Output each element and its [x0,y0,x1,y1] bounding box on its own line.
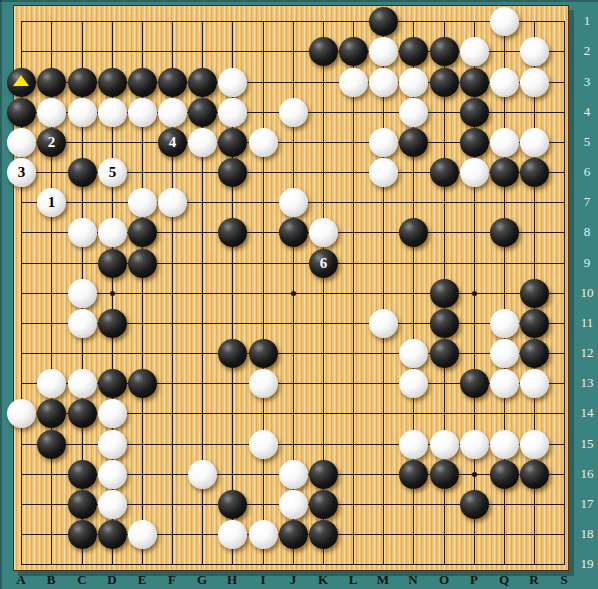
black-stone[interactable] [309,460,338,489]
white-stone[interactable] [369,128,398,157]
black-stone[interactable] [68,520,97,549]
black-stone[interactable] [369,7,398,36]
black-stone[interactable] [218,128,247,157]
black-stone[interactable] [339,37,368,66]
white-stone[interactable] [490,369,519,398]
triangle-marker-icon [13,75,29,86]
white-stone[interactable] [128,98,157,127]
coordinate-label-right: 11 [572,315,598,331]
window-left-edge [0,0,2,589]
white-stone[interactable] [188,128,217,157]
black-stone[interactable] [37,68,66,97]
white-stone[interactable] [37,188,66,217]
white-stone[interactable] [490,309,519,338]
white-stone[interactable] [98,430,127,459]
black-stone[interactable] [430,279,459,308]
white-stone[interactable] [399,339,428,368]
black-stone[interactable] [430,309,459,338]
star-point [472,291,477,296]
black-stone[interactable] [309,490,338,519]
white-stone[interactable] [158,98,187,127]
black-stone[interactable] [430,37,459,66]
white-stone[interactable] [68,218,97,247]
coordinate-label-bottom: K [311,572,335,588]
coordinate-label-right: 1 [572,13,598,29]
coordinate-label-bottom: I [251,572,275,588]
white-stone[interactable] [98,460,127,489]
black-stone[interactable] [188,98,217,127]
white-stone[interactable] [399,369,428,398]
coordinate-label-right: 3 [572,74,598,90]
white-stone[interactable] [249,369,278,398]
white-stone[interactable] [128,188,157,217]
coordinate-label-right: 5 [572,134,598,150]
white-stone[interactable] [218,68,247,97]
black-stone[interactable] [430,158,459,187]
coordinate-label-bottom: E [130,572,154,588]
black-stone[interactable] [128,218,157,247]
grid-line-horizontal [21,564,565,565]
go-app-screen: 123456 ABCDEFGHIJKLMNOPQRS12345678910111… [0,0,598,589]
coordinate-label-right: 13 [572,375,598,391]
coordinate-label-bottom: L [341,572,365,588]
coordinate-label-right: 7 [572,194,598,210]
white-stone[interactable] [490,68,519,97]
black-stone[interactable] [218,490,247,519]
white-stone[interactable] [7,399,36,428]
coordinate-label-right: 16 [572,466,598,482]
white-stone[interactable] [490,430,519,459]
black-stone[interactable] [128,68,157,97]
window-top-edge [0,0,598,2]
black-stone[interactable] [460,369,489,398]
coordinate-label-right: 15 [572,436,598,452]
grid-line-vertical [353,21,354,565]
coordinate-label-right: 4 [572,104,598,120]
white-stone[interactable] [520,128,549,157]
black-stone[interactable] [460,68,489,97]
black-stone[interactable] [68,158,97,187]
white-stone[interactable] [98,399,127,428]
coordinate-label-right: 9 [572,255,598,271]
coordinate-label-bottom: F [160,572,184,588]
white-stone[interactable] [309,218,338,247]
coordinate-label-bottom: S [552,572,576,588]
star-point [472,472,477,477]
white-stone[interactable] [369,309,398,338]
white-stone[interactable] [158,188,187,217]
black-stone[interactable] [68,460,97,489]
black-stone[interactable] [37,128,66,157]
coordinate-label-right: 18 [572,526,598,542]
coordinate-label-bottom: G [190,572,214,588]
black-stone[interactable] [218,218,247,247]
coordinate-label-right: 14 [572,405,598,421]
black-stone[interactable] [399,37,428,66]
white-stone[interactable] [98,98,127,127]
white-stone[interactable] [249,430,278,459]
white-stone[interactable] [37,98,66,127]
black-stone[interactable] [520,309,549,338]
white-stone[interactable] [218,98,247,127]
black-stone[interactable] [68,68,97,97]
white-stone[interactable] [279,98,308,127]
white-stone[interactable] [399,68,428,97]
white-stone[interactable] [249,128,278,157]
black-stone[interactable] [520,279,549,308]
black-stone[interactable] [460,490,489,519]
white-stone[interactable] [339,68,368,97]
black-stone[interactable] [399,218,428,247]
black-stone[interactable] [68,399,97,428]
white-stone[interactable] [520,37,549,66]
coordinate-label-bottom: O [432,572,456,588]
grid-line-horizontal [21,353,565,354]
white-stone[interactable] [98,218,127,247]
white-stone[interactable] [279,460,308,489]
black-stone[interactable] [7,98,36,127]
coordinate-label-right: 2 [572,43,598,59]
black-stone[interactable] [520,158,549,187]
coordinate-label-right: 6 [572,164,598,180]
black-stone[interactable] [128,369,157,398]
coordinate-label-right: 8 [572,224,598,240]
white-stone[interactable] [490,7,519,36]
black-stone[interactable] [98,520,127,549]
black-stone[interactable] [309,520,338,549]
white-stone[interactable] [7,158,36,187]
white-stone[interactable] [68,309,97,338]
coordinate-label-right: 19 [572,556,598,572]
black-stone[interactable] [98,68,127,97]
white-stone[interactable] [520,430,549,459]
coordinate-label-bottom: P [462,572,486,588]
white-stone[interactable] [128,520,157,549]
white-stone[interactable] [520,68,549,97]
coordinate-label-bottom: H [220,572,244,588]
black-stone[interactable] [520,460,549,489]
white-stone[interactable] [188,460,217,489]
white-stone[interactable] [7,128,36,157]
black-stone[interactable] [430,339,459,368]
coordinate-label-bottom: J [281,572,305,588]
black-stone[interactable] [98,249,127,278]
star-point [291,291,296,296]
white-stone[interactable] [369,37,398,66]
white-stone[interactable] [460,430,489,459]
coordinate-label-right: 12 [572,345,598,361]
black-stone[interactable] [279,520,308,549]
coordinate-label-right: 17 [572,496,598,512]
coordinate-label-bottom: B [39,572,63,588]
coordinate-label-bottom: C [70,572,94,588]
white-stone[interactable] [98,490,127,519]
white-stone[interactable] [279,188,308,217]
coordinate-label-bottom: N [401,572,425,588]
white-stone[interactable] [68,98,97,127]
black-stone[interactable] [249,339,278,368]
black-stone[interactable] [460,98,489,127]
coordinate-label-right: 10 [572,285,598,301]
white-stone[interactable] [399,430,428,459]
black-stone[interactable] [98,309,127,338]
black-stone[interactable] [98,369,127,398]
black-stone[interactable] [158,128,187,157]
coordinate-label-bottom: A [9,572,33,588]
black-stone[interactable] [37,430,66,459]
white-stone[interactable] [218,520,247,549]
black-stone[interactable] [430,460,459,489]
coordinate-label-bottom: M [371,572,395,588]
white-stone[interactable] [520,369,549,398]
black-stone[interactable] [520,339,549,368]
black-stone[interactable] [460,128,489,157]
black-stone[interactable] [490,158,519,187]
black-stone[interactable] [430,68,459,97]
white-stone[interactable] [399,98,428,127]
coordinate-label-bottom: D [100,572,124,588]
black-stone[interactable] [399,460,428,489]
white-stone[interactable] [249,520,278,549]
white-stone[interactable] [430,430,459,459]
white-stone[interactable] [279,490,308,519]
black-stone[interactable] [37,399,66,428]
black-stone[interactable] [128,249,157,278]
black-stone[interactable] [279,218,308,247]
white-stone[interactable] [37,369,66,398]
coordinate-label-bottom: R [522,572,546,588]
grid-line-vertical [383,21,384,565]
white-stone[interactable] [98,158,127,187]
star-point [110,291,115,296]
black-stone[interactable] [218,339,247,368]
white-stone[interactable] [490,128,519,157]
black-stone[interactable] [188,68,217,97]
black-stone[interactable] [158,68,187,97]
white-stone[interactable] [369,158,398,187]
black-stone[interactable] [490,218,519,247]
coordinate-label-bottom: Q [492,572,516,588]
white-stone[interactable] [490,339,519,368]
white-stone[interactable] [68,279,97,308]
black-stone[interactable] [399,128,428,157]
white-stone[interactable] [460,158,489,187]
black-stone[interactable] [490,460,519,489]
black-stone[interactable] [68,490,97,519]
grid-line-vertical [564,21,565,565]
black-stone[interactable] [218,158,247,187]
white-stone[interactable] [68,369,97,398]
white-stone[interactable] [369,68,398,97]
black-stone[interactable] [309,37,338,66]
black-stone[interactable] [309,249,338,278]
white-stone[interactable] [460,37,489,66]
